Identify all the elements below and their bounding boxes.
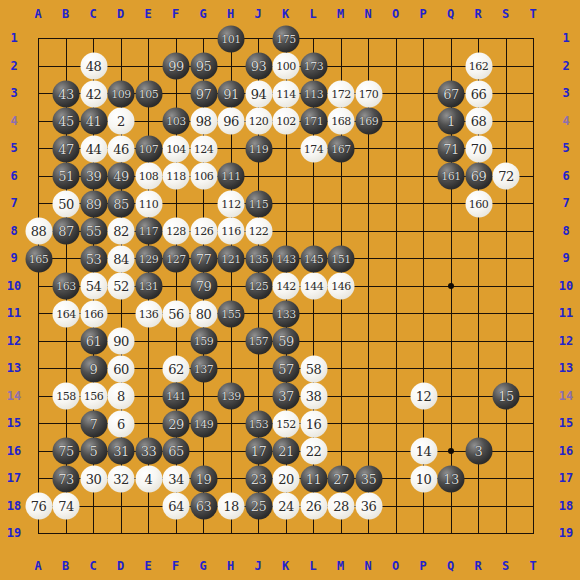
- white-stone-B18[interactable]: 74: [53, 493, 80, 520]
- white-stone-C2[interactable]: 48: [80, 53, 107, 80]
- white-stone-D5[interactable]: 46: [108, 135, 135, 162]
- white-stone-G4[interactable]: 98: [190, 108, 217, 135]
- white-stone-D13[interactable]: 60: [108, 355, 135, 382]
- row-label-right: 14: [559, 390, 573, 402]
- black-stone-H3[interactable]: 91: [218, 80, 245, 107]
- black-stone-B6[interactable]: 51: [53, 163, 80, 190]
- black-stone-H9[interactable]: 121: [218, 245, 245, 272]
- move-number: 50: [58, 197, 74, 210]
- white-stone-L10[interactable]: 144: [300, 273, 327, 300]
- column-label-top: F: [172, 8, 179, 20]
- white-stone-J8[interactable]: 122: [245, 218, 272, 245]
- white-stone-K18[interactable]: 24: [273, 493, 300, 520]
- move-number: 72: [498, 170, 514, 183]
- row-label-left: 3: [10, 87, 17, 99]
- move-number: 119: [249, 143, 269, 154]
- move-number: 159: [194, 336, 214, 347]
- move-number: 111: [221, 171, 241, 182]
- black-stone-M17[interactable]: 27: [328, 465, 355, 492]
- grid-line-horizontal: [38, 533, 534, 534]
- black-stone-J10[interactable]: 125: [245, 273, 272, 300]
- black-stone-B16[interactable]: 75: [53, 438, 80, 465]
- move-number: 15: [498, 390, 514, 403]
- black-stone-C7[interactable]: 89: [80, 190, 107, 217]
- row-label-left: 4: [10, 115, 17, 127]
- white-stone-K3[interactable]: 114: [273, 80, 300, 107]
- black-stone-K9[interactable]: 143: [273, 245, 300, 272]
- black-stone-J9[interactable]: 135: [245, 245, 272, 272]
- white-stone-L18[interactable]: 26: [300, 493, 327, 520]
- move-number: 61: [86, 335, 102, 348]
- black-stone-F15[interactable]: 29: [163, 410, 190, 437]
- black-stone-K11[interactable]: 133: [273, 300, 300, 327]
- black-stone-E5[interactable]: 107: [135, 135, 162, 162]
- move-number: 160: [469, 198, 489, 209]
- grid-line-vertical: [533, 38, 534, 534]
- black-stone-D16[interactable]: 31: [108, 438, 135, 465]
- move-number: 163: [56, 281, 76, 292]
- black-stone-S14[interactable]: 15: [493, 383, 520, 410]
- row-label-left: 13: [7, 362, 21, 374]
- black-stone-K13[interactable]: 57: [273, 355, 300, 382]
- move-number: 35: [361, 472, 377, 485]
- move-number: 161: [441, 171, 461, 182]
- column-label-top: D: [117, 8, 124, 20]
- white-stone-M3[interactable]: 172: [328, 80, 355, 107]
- move-number: 30: [86, 472, 102, 485]
- black-stone-C16[interactable]: 5: [80, 438, 107, 465]
- black-stone-C12[interactable]: 61: [80, 328, 107, 355]
- move-number: 3: [475, 445, 483, 458]
- row-label-left: 16: [7, 445, 21, 457]
- white-stone-E6[interactable]: 108: [135, 163, 162, 190]
- row-label-left: 7: [10, 197, 17, 209]
- white-stone-H4[interactable]: 96: [218, 108, 245, 135]
- white-stone-R5[interactable]: 70: [465, 135, 492, 162]
- move-number: 104: [166, 143, 186, 154]
- black-stone-D3[interactable]: 109: [108, 80, 135, 107]
- column-label-bottom: P: [419, 560, 426, 572]
- black-stone-H11[interactable]: 155: [218, 300, 245, 327]
- row-label-left: 9: [10, 252, 17, 264]
- black-stone-J16[interactable]: 17: [245, 438, 272, 465]
- black-stone-J12[interactable]: 157: [245, 328, 272, 355]
- white-stone-L16[interactable]: 22: [300, 438, 327, 465]
- black-stone-G13[interactable]: 137: [190, 355, 217, 382]
- move-number: 38: [306, 390, 322, 403]
- black-stone-K12[interactable]: 59: [273, 328, 300, 355]
- move-number: 59: [278, 335, 294, 348]
- white-stone-A18[interactable]: 76: [25, 493, 52, 520]
- move-number: 32: [113, 472, 129, 485]
- white-stone-E11[interactable]: 136: [135, 300, 162, 327]
- move-number: 172: [331, 88, 351, 99]
- white-stone-K15[interactable]: 152: [273, 410, 300, 437]
- black-stone-L3[interactable]: 113: [300, 80, 327, 107]
- black-stone-J15[interactable]: 153: [245, 410, 272, 437]
- move-number: 88: [31, 225, 47, 238]
- move-number: 8: [117, 390, 125, 403]
- white-stone-C11[interactable]: 166: [80, 300, 107, 327]
- black-stone-G12[interactable]: 159: [190, 328, 217, 355]
- column-label-top: S: [502, 8, 509, 20]
- column-label-bottom: M: [337, 560, 344, 572]
- move-number: 77: [196, 252, 212, 265]
- row-label-right: 16: [559, 445, 573, 457]
- row-label-right: 5: [562, 142, 569, 154]
- black-stone-H6[interactable]: 111: [218, 163, 245, 190]
- white-stone-H7[interactable]: 112: [218, 190, 245, 217]
- black-stone-Q17[interactable]: 13: [438, 465, 465, 492]
- move-number: 51: [58, 170, 74, 183]
- move-number: 5: [90, 445, 98, 458]
- column-label-bottom: G: [199, 560, 206, 572]
- black-stone-B8[interactable]: 87: [53, 218, 80, 245]
- black-stone-K14[interactable]: 37: [273, 383, 300, 410]
- row-label-right: 19: [559, 527, 573, 539]
- column-label-bottom: H: [227, 560, 234, 572]
- white-stone-D9[interactable]: 84: [108, 245, 135, 272]
- row-label-left: 19: [7, 527, 21, 539]
- black-stone-E16[interactable]: 33: [135, 438, 162, 465]
- white-stone-E17[interactable]: 4: [135, 465, 162, 492]
- black-stone-N4[interactable]: 169: [355, 108, 382, 135]
- black-stone-C6[interactable]: 39: [80, 163, 107, 190]
- black-stone-E9[interactable]: 129: [135, 245, 162, 272]
- move-number: 152: [276, 418, 296, 429]
- move-number: 155: [221, 308, 241, 319]
- white-stone-K17[interactable]: 20: [273, 465, 300, 492]
- black-stone-E3[interactable]: 105: [135, 80, 162, 107]
- column-label-top: C: [89, 8, 96, 20]
- white-stone-L5[interactable]: 174: [300, 135, 327, 162]
- white-stone-B7[interactable]: 50: [53, 190, 80, 217]
- move-number: 70: [471, 142, 487, 155]
- move-number: 137: [194, 363, 214, 374]
- move-number: 97: [196, 87, 212, 100]
- black-stone-G18[interactable]: 63: [190, 493, 217, 520]
- white-stone-P14[interactable]: 12: [410, 383, 437, 410]
- move-number: 27: [333, 472, 349, 485]
- move-number: 121: [221, 253, 241, 264]
- move-number: 71: [443, 142, 459, 155]
- move-number: 31: [113, 445, 129, 458]
- move-number: 33: [141, 445, 157, 458]
- move-number: 52: [113, 280, 129, 293]
- move-number: 67: [443, 87, 459, 100]
- move-number: 174: [304, 143, 324, 154]
- black-stone-H14[interactable]: 139: [218, 383, 245, 410]
- move-number: 11: [306, 472, 322, 485]
- white-stone-H18[interactable]: 18: [218, 493, 245, 520]
- white-stone-D10[interactable]: 52: [108, 273, 135, 300]
- white-stone-M10[interactable]: 146: [328, 273, 355, 300]
- move-number: 55: [86, 225, 102, 238]
- white-stone-F11[interactable]: 56: [163, 300, 190, 327]
- move-number: 101: [221, 33, 241, 44]
- row-label-right: 13: [559, 362, 573, 374]
- column-label-top: T: [529, 8, 536, 20]
- move-number: 106: [194, 171, 214, 182]
- white-stone-C5[interactable]: 44: [80, 135, 107, 162]
- white-stone-R4[interactable]: 68: [465, 108, 492, 135]
- white-stone-L15[interactable]: 16: [300, 410, 327, 437]
- move-number: 4: [145, 472, 153, 485]
- white-stone-H8[interactable]: 116: [218, 218, 245, 245]
- move-number: 90: [113, 335, 129, 348]
- white-stone-S6[interactable]: 72: [493, 163, 520, 190]
- move-number: 60: [113, 362, 129, 375]
- white-stone-M4[interactable]: 168: [328, 108, 355, 135]
- white-stone-R3[interactable]: 66: [465, 80, 492, 107]
- move-number: 47: [58, 142, 74, 155]
- row-label-left: 6: [10, 170, 17, 182]
- white-stone-G6[interactable]: 106: [190, 163, 217, 190]
- move-number: 66: [471, 87, 487, 100]
- move-number: 42: [86, 87, 102, 100]
- black-stone-H1[interactable]: 101: [218, 25, 245, 52]
- black-stone-K1[interactable]: 175: [273, 25, 300, 52]
- black-stone-G3[interactable]: 97: [190, 80, 217, 107]
- column-label-bottom: Q: [447, 560, 454, 572]
- row-label-right: 1: [562, 32, 569, 44]
- row-label-right: 12: [559, 335, 573, 347]
- move-number: 146: [331, 281, 351, 292]
- move-number: 129: [139, 253, 159, 264]
- black-stone-L4[interactable]: 171: [300, 108, 327, 135]
- black-stone-M5[interactable]: 167: [328, 135, 355, 162]
- move-number: 14: [416, 445, 432, 458]
- move-number: 82: [113, 225, 129, 238]
- move-number: 112: [221, 198, 241, 209]
- move-number: 76: [31, 500, 47, 513]
- move-number: 26: [306, 500, 322, 513]
- black-stone-B10[interactable]: 163: [53, 273, 80, 300]
- white-stone-P17[interactable]: 10: [410, 465, 437, 492]
- move-number: 45: [58, 115, 74, 128]
- move-number: 162: [469, 61, 489, 72]
- black-stone-G2[interactable]: 95: [190, 53, 217, 80]
- move-number: 99: [168, 60, 184, 73]
- move-number: 164: [56, 308, 76, 319]
- black-stone-J18[interactable]: 25: [245, 493, 272, 520]
- white-stone-P16[interactable]: 14: [410, 438, 437, 465]
- move-number: 116: [221, 226, 241, 237]
- column-label-bottom: A: [34, 560, 41, 572]
- move-number: 22: [306, 445, 322, 458]
- white-stone-K4[interactable]: 102: [273, 108, 300, 135]
- black-stone-R6[interactable]: 69: [465, 163, 492, 190]
- move-number: 7: [90, 417, 98, 430]
- black-stone-D6[interactable]: 49: [108, 163, 135, 190]
- black-stone-C8[interactable]: 55: [80, 218, 107, 245]
- row-label-left: 8: [10, 225, 17, 237]
- black-stone-F2[interactable]: 99: [163, 53, 190, 80]
- move-number: 24: [278, 500, 294, 513]
- white-stone-F13[interactable]: 62: [163, 355, 190, 382]
- white-stone-F18[interactable]: 64: [163, 493, 190, 520]
- black-stone-G15[interactable]: 149: [190, 410, 217, 437]
- star-point: [448, 448, 454, 454]
- black-stone-J5[interactable]: 119: [245, 135, 272, 162]
- white-stone-F5[interactable]: 104: [163, 135, 190, 162]
- row-label-right: 18: [559, 500, 573, 512]
- white-stone-D8[interactable]: 82: [108, 218, 135, 245]
- white-stone-D12[interactable]: 90: [108, 328, 135, 355]
- row-label-left: 14: [7, 390, 21, 402]
- white-stone-F6[interactable]: 118: [163, 163, 190, 190]
- move-number: 79: [196, 280, 212, 293]
- move-number: 166: [84, 308, 104, 319]
- white-stone-J3[interactable]: 94: [245, 80, 272, 107]
- black-stone-B4[interactable]: 45: [53, 108, 80, 135]
- column-label-bottom: D: [117, 560, 124, 572]
- white-stone-A8[interactable]: 88: [25, 218, 52, 245]
- white-stone-D15[interactable]: 6: [108, 410, 135, 437]
- move-number: 95: [196, 60, 212, 73]
- black-stone-F9[interactable]: 127: [163, 245, 190, 272]
- move-number: 48: [86, 60, 102, 73]
- move-number: 141: [166, 391, 186, 402]
- column-label-top: M: [337, 8, 344, 20]
- move-number: 58: [306, 362, 322, 375]
- black-stone-N17[interactable]: 35: [355, 465, 382, 492]
- row-label-right: 9: [562, 252, 569, 264]
- grid-line-vertical: [506, 38, 507, 534]
- move-number: 89: [86, 197, 102, 210]
- black-stone-Q6[interactable]: 161: [438, 163, 465, 190]
- column-label-top: G: [199, 8, 206, 20]
- black-stone-J2[interactable]: 93: [245, 53, 272, 80]
- white-stone-M18[interactable]: 28: [328, 493, 355, 520]
- black-stone-Q3[interactable]: 67: [438, 80, 465, 107]
- white-stone-L14[interactable]: 38: [300, 383, 327, 410]
- white-stone-C14[interactable]: 156: [80, 383, 107, 410]
- black-stone-A9[interactable]: 165: [25, 245, 52, 272]
- black-stone-C13[interactable]: 9: [80, 355, 107, 382]
- black-stone-B17[interactable]: 73: [53, 465, 80, 492]
- black-stone-K16[interactable]: 21: [273, 438, 300, 465]
- black-stone-L17[interactable]: 11: [300, 465, 327, 492]
- black-stone-C15[interactable]: 7: [80, 410, 107, 437]
- move-number: 53: [86, 252, 102, 265]
- row-label-right: 8: [562, 225, 569, 237]
- column-label-top: B: [62, 8, 69, 20]
- move-number: 125: [249, 281, 269, 292]
- move-number: 169: [359, 116, 379, 127]
- row-label-right: 11: [559, 307, 573, 319]
- column-label-top: P: [419, 8, 426, 20]
- move-number: 143: [276, 253, 296, 264]
- row-label-left: 11: [7, 307, 21, 319]
- move-number: 122: [249, 226, 269, 237]
- black-stone-G9[interactable]: 77: [190, 245, 217, 272]
- move-number: 171: [304, 116, 324, 127]
- black-stone-C4[interactable]: 41: [80, 108, 107, 135]
- white-stone-R7[interactable]: 160: [465, 190, 492, 217]
- white-stone-K10[interactable]: 142: [273, 273, 300, 300]
- black-stone-C9[interactable]: 53: [80, 245, 107, 272]
- black-stone-B5[interactable]: 47: [53, 135, 80, 162]
- white-stone-B14[interactable]: 158: [53, 383, 80, 410]
- black-stone-B3[interactable]: 43: [53, 80, 80, 107]
- black-stone-E8[interactable]: 117: [135, 218, 162, 245]
- move-number: 74: [58, 500, 74, 513]
- white-stone-D4[interactable]: 2: [108, 108, 135, 135]
- black-stone-L2[interactable]: 173: [300, 53, 327, 80]
- black-stone-G10[interactable]: 79: [190, 273, 217, 300]
- white-stone-E7[interactable]: 110: [135, 190, 162, 217]
- white-stone-R2[interactable]: 162: [465, 53, 492, 80]
- black-stone-R16[interactable]: 3: [465, 438, 492, 465]
- white-stone-C10[interactable]: 54: [80, 273, 107, 300]
- move-number: 165: [29, 253, 49, 264]
- move-number: 80: [196, 307, 212, 320]
- row-label-left: 12: [7, 335, 21, 347]
- white-stone-L13[interactable]: 58: [300, 355, 327, 382]
- move-number: 109: [111, 88, 131, 99]
- move-number: 96: [223, 115, 239, 128]
- black-stone-F16[interactable]: 65: [163, 438, 190, 465]
- move-number: 108: [139, 171, 159, 182]
- move-number: 136: [139, 308, 159, 319]
- move-number: 156: [84, 391, 104, 402]
- white-stone-K2[interactable]: 100: [273, 53, 300, 80]
- move-number: 144: [304, 281, 324, 292]
- white-stone-G5[interactable]: 124: [190, 135, 217, 162]
- move-number: 37: [278, 390, 294, 403]
- black-stone-F4[interactable]: 103: [163, 108, 190, 135]
- white-stone-C3[interactable]: 42: [80, 80, 107, 107]
- column-label-bottom: J: [254, 560, 261, 572]
- black-stone-F14[interactable]: 141: [163, 383, 190, 410]
- white-stone-G8[interactable]: 126: [190, 218, 217, 245]
- black-stone-Q4[interactable]: 1: [438, 108, 465, 135]
- move-number: 1: [447, 115, 455, 128]
- white-stone-D14[interactable]: 8: [108, 383, 135, 410]
- white-stone-N18[interactable]: 36: [355, 493, 382, 520]
- row-label-right: 2: [562, 60, 569, 72]
- white-stone-J4[interactable]: 120: [245, 108, 272, 135]
- white-stone-B11[interactable]: 164: [53, 300, 80, 327]
- move-number: 64: [168, 500, 184, 513]
- move-number: 117: [139, 226, 159, 237]
- black-stone-Q5[interactable]: 71: [438, 135, 465, 162]
- white-stone-G11[interactable]: 80: [190, 300, 217, 327]
- white-stone-C17[interactable]: 30: [80, 465, 107, 492]
- black-stone-G17[interactable]: 19: [190, 465, 217, 492]
- move-number: 43: [58, 87, 74, 100]
- black-stone-D7[interactable]: 85: [108, 190, 135, 217]
- move-number: 12: [416, 390, 432, 403]
- column-label-top: N: [364, 8, 371, 20]
- move-number: 113: [304, 88, 324, 99]
- move-number: 39: [86, 170, 102, 183]
- move-number: 34: [168, 472, 184, 485]
- column-label-bottom: E: [144, 560, 151, 572]
- white-stone-N3[interactable]: 170: [355, 80, 382, 107]
- black-stone-M9[interactable]: 151: [328, 245, 355, 272]
- white-stone-F8[interactable]: 128: [163, 218, 190, 245]
- black-stone-E10[interactable]: 131: [135, 273, 162, 300]
- move-number: 110: [139, 198, 159, 209]
- black-stone-L9[interactable]: 145: [300, 245, 327, 272]
- black-stone-J7[interactable]: 115: [245, 190, 272, 217]
- white-stone-D17[interactable]: 32: [108, 465, 135, 492]
- white-stone-F17[interactable]: 34: [163, 465, 190, 492]
- black-stone-J17[interactable]: 23: [245, 465, 272, 492]
- move-number: 46: [113, 142, 129, 155]
